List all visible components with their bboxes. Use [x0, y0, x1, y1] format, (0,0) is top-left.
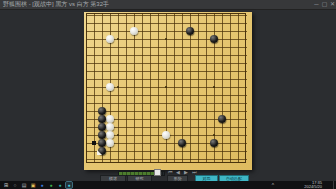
- desktop-screen: 野狐围棋 - [观战中] 黑方 vs 白方 第32手 ─ ▢ ✕ ⏮ ◀ ▶ ⏭…: [0, 0, 336, 189]
- star-point: [117, 86, 119, 88]
- stone-black-Q16: [210, 35, 218, 43]
- window-title: 野狐围棋 - [观战中] 黑方 vs 白方 第32手: [3, 1, 109, 8]
- grid-vline: [198, 13, 199, 163]
- stone-black-N17: [186, 27, 194, 35]
- star-point: [117, 38, 119, 40]
- taskbar-icon-go-client[interactable]: ●: [66, 182, 72, 188]
- stone-black-R6: [218, 115, 226, 123]
- grid-vline: [230, 13, 231, 163]
- stone-black-M3: [178, 139, 186, 147]
- grid-vline: [118, 13, 119, 163]
- tray-date: 2024/5/20: [304, 185, 322, 189]
- grid-vline: [142, 13, 143, 163]
- stone-white-C3: [106, 139, 114, 147]
- grid-vline: [150, 13, 151, 163]
- taskbar-icon-search[interactable]: ○: [12, 182, 18, 188]
- taskbar: ^ 17:35 2024/5/20 ⊞○▤▣●●●●: [0, 181, 336, 189]
- grid-hline: [86, 159, 247, 160]
- stone-white-C6: [106, 115, 114, 123]
- marker-square-A3: [92, 141, 96, 145]
- stone-white-K4: [162, 131, 170, 139]
- stone-black-B6: [98, 115, 106, 123]
- grid-vline: [190, 13, 191, 163]
- grid-vline: [174, 13, 175, 163]
- window-titlebar: 野狐围棋 - [观战中] 黑方 vs 白方 第32手 ─ ▢ ✕: [0, 0, 336, 10]
- marker-triangle-B2: [97, 150, 102, 155]
- go-board[interactable]: [84, 12, 252, 170]
- star-point: [165, 38, 167, 40]
- stone-black-B4: [98, 131, 106, 139]
- stone-white-F17: [130, 27, 138, 35]
- stone-black-B3: [98, 139, 106, 147]
- stone-black-B7: [98, 107, 106, 115]
- grid-vline: [222, 13, 223, 163]
- star-point: [165, 86, 167, 88]
- grid-vline: [238, 13, 239, 163]
- game-control-strip: ⏮ ◀ ▶ ⏭ 棋谱研究形势对局自动匹配: [84, 170, 336, 181]
- grid-hline: [86, 151, 247, 152]
- star-point: [117, 134, 119, 136]
- stone-white-C16: [106, 35, 114, 43]
- taskbar-icon-explorer[interactable]: ▣: [30, 182, 36, 188]
- stone-black-Q3: [210, 139, 218, 147]
- stone-white-C4: [106, 131, 114, 139]
- tray-expand-icon[interactable]: ^: [272, 182, 274, 188]
- grid-vline: [134, 13, 135, 163]
- close-button[interactable]: ✕: [329, 1, 336, 8]
- grid-vline: [166, 13, 167, 163]
- taskbar-icon-app-media[interactable]: ●: [57, 182, 63, 188]
- stone-white-C10: [106, 83, 114, 91]
- taskbar-tray[interactable]: 17:35 2024/5/20: [304, 181, 322, 189]
- grid-vline: [206, 13, 207, 163]
- maximize-button[interactable]: ▢: [321, 1, 328, 8]
- taskbar-icon-start[interactable]: ⊞: [3, 182, 9, 188]
- grid-vline: [158, 13, 159, 163]
- taskbar-icon-task-view[interactable]: ▤: [21, 182, 27, 188]
- taskbar-icon-app-blue[interactable]: ●: [39, 182, 45, 188]
- minimize-button[interactable]: ─: [313, 1, 320, 8]
- star-point: [213, 134, 215, 136]
- star-point: [213, 86, 215, 88]
- stone-white-C5: [106, 123, 114, 131]
- taskbar-icon-app-green[interactable]: ●: [48, 182, 54, 188]
- stone-black-B5: [98, 123, 106, 131]
- slider-handle[interactable]: [154, 169, 161, 176]
- grid-vline: [126, 13, 127, 163]
